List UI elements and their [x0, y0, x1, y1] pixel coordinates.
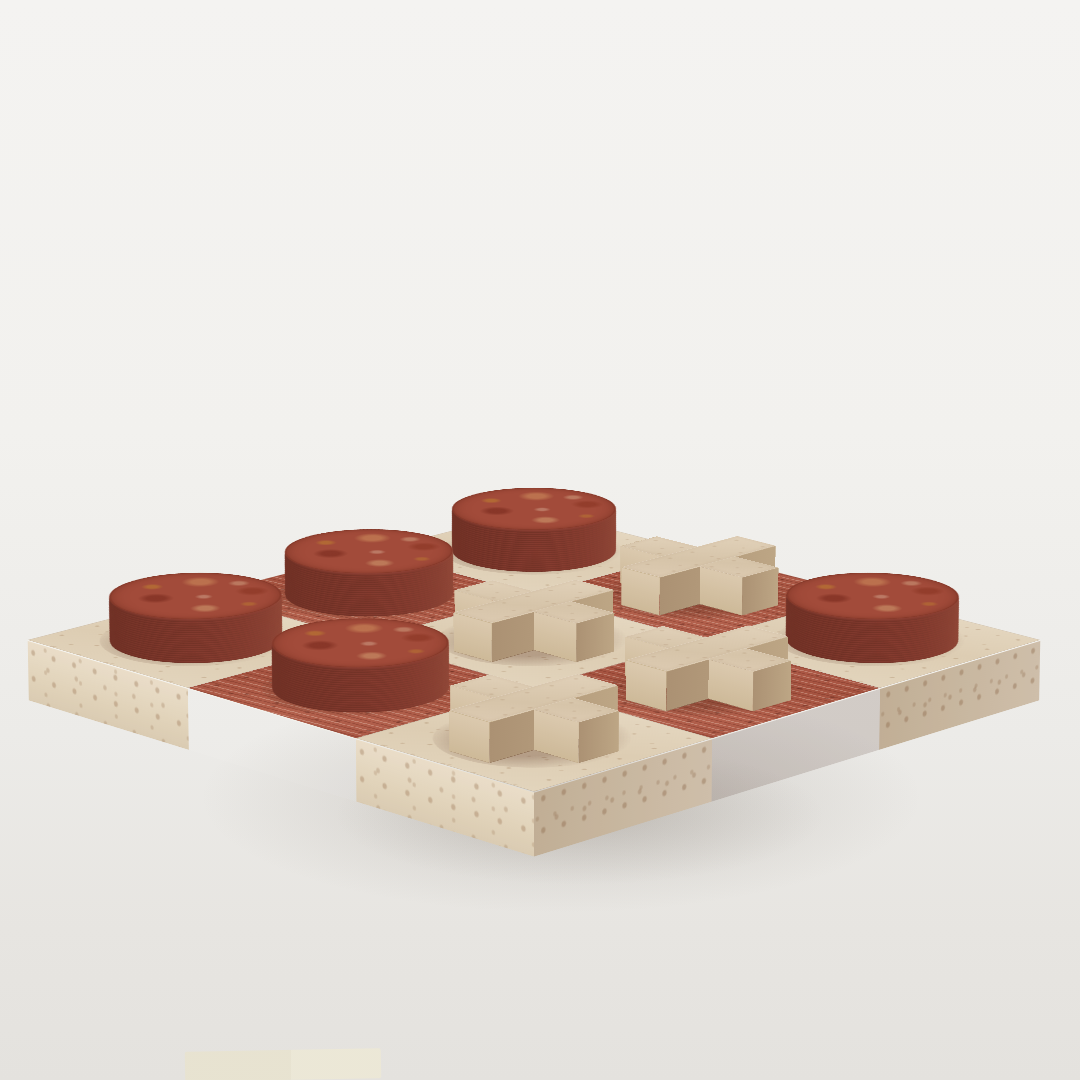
scene: [0, 0, 1080, 1080]
board: [28, 510, 1041, 792]
photo-frame: [0, 0, 1080, 1080]
